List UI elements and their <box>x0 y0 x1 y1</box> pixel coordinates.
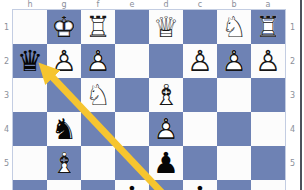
white-knight-fill: ♞ <box>81 78 115 112</box>
square-h1[interactable] <box>13 10 47 44</box>
file-label-c: c <box>183 0 217 10</box>
white-pawn: ♙ <box>183 44 217 78</box>
white-king: ♔ <box>47 10 81 44</box>
rank-label-right-4: 4 <box>285 112 300 146</box>
file-label-h: h <box>13 0 47 10</box>
square-c3[interactable] <box>183 78 217 112</box>
white-rook-fill: ♜ <box>251 10 285 44</box>
rank-label-right-3: 3 <box>285 78 300 112</box>
rank-label-left-4: 4 <box>0 112 13 146</box>
black-pawn: ♟ <box>115 180 149 190</box>
square-a2[interactable]: ♟♙ <box>251 44 285 78</box>
square-g2[interactable]: ♟♙ <box>47 44 81 78</box>
white-pawn: ♙ <box>149 112 183 146</box>
black-pawn: ♟ <box>149 146 183 180</box>
rank-label-left-5: 5 <box>0 146 13 180</box>
square-c5[interactable] <box>183 146 217 180</box>
white-rook: ♖ <box>251 10 285 44</box>
white-bishop: ♗ <box>149 78 183 112</box>
white-pawn-fill: ♟ <box>183 44 217 78</box>
black-pawn: ♟ <box>183 180 217 190</box>
white-knight-fill: ♞ <box>217 10 251 44</box>
rank-label-right-2: 2 <box>285 44 300 78</box>
white-pawn: ♙ <box>81 44 115 78</box>
white-queen-fill: ♛ <box>149 10 183 44</box>
square-d4[interactable]: ♟♙ <box>149 112 183 146</box>
square-g4[interactable]: ♞ <box>47 112 81 146</box>
white-pawn-fill: ♟ <box>217 44 251 78</box>
square-g6[interactable] <box>47 180 81 190</box>
white-rook: ♖ <box>81 10 115 44</box>
square-h3[interactable] <box>13 78 47 112</box>
square-g5[interactable]: ♝♗ <box>47 146 81 180</box>
square-e5[interactable] <box>115 146 149 180</box>
white-queen: ♕ <box>149 10 183 44</box>
square-b3[interactable] <box>217 78 251 112</box>
square-h5[interactable] <box>13 146 47 180</box>
board: ♚♔♜♖♛♕♞♘♜♖♛♟♙♟♙♟♙♟♙♟♙♞♘♝♗♞♟♙♝♗♟♟♟ <box>13 10 285 190</box>
square-a6[interactable] <box>251 180 285 190</box>
square-f6[interactable] <box>81 180 115 190</box>
white-pawn-fill: ♟ <box>47 44 81 78</box>
white-bishop: ♗ <box>47 146 81 180</box>
square-g3[interactable] <box>47 78 81 112</box>
square-a3[interactable] <box>251 78 285 112</box>
square-a4[interactable] <box>251 112 285 146</box>
square-d5[interactable]: ♟ <box>149 146 183 180</box>
square-f2[interactable]: ♟♙ <box>81 44 115 78</box>
square-b5[interactable] <box>217 146 251 180</box>
square-b4[interactable] <box>217 112 251 146</box>
rank-label-right-5: 5 <box>285 146 300 180</box>
white-bishop-fill: ♝ <box>149 78 183 112</box>
square-e2[interactable] <box>115 44 149 78</box>
file-labels: hgfedcba <box>13 0 285 10</box>
square-a1[interactable]: ♜♖ <box>251 10 285 44</box>
white-king-fill: ♚ <box>47 10 81 44</box>
white-pawn: ♙ <box>217 44 251 78</box>
file-label-g: g <box>47 0 81 10</box>
chess-video-frame: hgfedcba 12345 12345 ♚♔♜♖♛♕♞♘♜♖♛♟♙♟♙♟♙♟♙… <box>0 0 304 190</box>
white-bishop-fill: ♝ <box>47 146 81 180</box>
white-knight: ♘ <box>217 10 251 44</box>
square-c4[interactable] <box>183 112 217 146</box>
white-pawn: ♙ <box>251 44 285 78</box>
rank-label-right-1: 1 <box>285 10 300 44</box>
rank-label-left-2: 2 <box>0 44 13 78</box>
white-rook-fill: ♜ <box>81 10 115 44</box>
black-knight: ♞ <box>47 112 81 146</box>
square-b2[interactable]: ♟♙ <box>217 44 251 78</box>
white-pawn: ♙ <box>47 44 81 78</box>
square-c2[interactable]: ♟♙ <box>183 44 217 78</box>
file-label-e: e <box>115 0 149 10</box>
square-c6[interactable]: ♟ <box>183 180 217 190</box>
video-edge-line <box>300 0 302 190</box>
square-b6[interactable] <box>217 180 251 190</box>
rank-label-left-1: 1 <box>0 10 13 44</box>
square-h2[interactable]: ♛ <box>13 44 47 78</box>
file-label-f: f <box>81 0 115 10</box>
square-f1[interactable]: ♜♖ <box>81 10 115 44</box>
square-b1[interactable]: ♞♘ <box>217 10 251 44</box>
square-e4[interactable] <box>115 112 149 146</box>
file-label-a: a <box>251 0 285 10</box>
square-a5[interactable] <box>251 146 285 180</box>
square-f4[interactable] <box>81 112 115 146</box>
square-d2[interactable] <box>149 44 183 78</box>
white-pawn-fill: ♟ <box>81 44 115 78</box>
square-e3[interactable] <box>115 78 149 112</box>
white-knight: ♘ <box>81 78 115 112</box>
file-label-b: b <box>217 0 251 10</box>
rank-labels-right: 12345 <box>285 10 300 180</box>
white-pawn-fill: ♟ <box>251 44 285 78</box>
black-queen: ♛ <box>13 44 47 78</box>
square-h4[interactable] <box>13 112 47 146</box>
square-d1[interactable]: ♛♕ <box>149 10 183 44</box>
square-f5[interactable] <box>81 146 115 180</box>
square-c1[interactable] <box>183 10 217 44</box>
square-f3[interactable]: ♞♘ <box>81 78 115 112</box>
file-label-d: d <box>149 0 183 10</box>
square-d6[interactable] <box>149 180 183 190</box>
square-d3[interactable]: ♝♗ <box>149 78 183 112</box>
square-e6[interactable]: ♟ <box>115 180 149 190</box>
square-g1[interactable]: ♚♔ <box>47 10 81 44</box>
square-e1[interactable] <box>115 10 149 44</box>
white-pawn-fill: ♟ <box>149 112 183 146</box>
rank-labels-left: 12345 <box>0 10 13 180</box>
rank-label-left-3: 3 <box>0 78 13 112</box>
square-h6[interactable] <box>13 180 47 190</box>
